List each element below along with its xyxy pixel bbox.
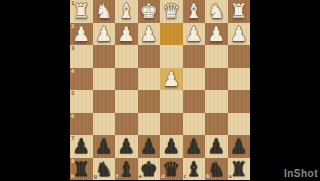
white-pawn-c2[interactable]: ♟ (185, 22, 203, 45)
square-h5[interactable]: 5 (70, 90, 93, 113)
white-rook-a1[interactable]: ♜ (230, 0, 248, 22)
rank-label-5: 5 (71, 91, 74, 96)
square-c1[interactable]: ♝ (183, 0, 206, 23)
square-c5[interactable] (183, 90, 206, 113)
square-e4[interactable] (138, 68, 161, 91)
square-b5[interactable] (205, 90, 228, 113)
square-g1[interactable]: ♞ (93, 0, 116, 23)
black-bishop-c8[interactable]: ♝ (185, 157, 203, 180)
letterbox-right (250, 0, 320, 180)
square-b4[interactable] (205, 68, 228, 91)
square-e3[interactable] (138, 45, 161, 68)
white-pawn-b2[interactable]: ♟ (207, 22, 225, 45)
square-c3[interactable] (183, 45, 206, 68)
black-queen-d8[interactable]: ♛ (162, 157, 180, 180)
black-pawn-e7[interactable]: ♟ (140, 135, 158, 158)
black-rook-h8[interactable]: ♜ (72, 157, 90, 180)
white-queen-d1[interactable]: ♛ (162, 0, 180, 22)
white-pawn-f2[interactable]: ♟ (117, 22, 135, 45)
white-knight-g1[interactable]: ♞ (95, 0, 113, 22)
square-h4[interactable]: 4 (70, 68, 93, 91)
square-d1[interactable]: ♛ (160, 0, 183, 23)
square-d3[interactable] (160, 45, 183, 68)
square-f8[interactable]: f♝ (115, 158, 138, 181)
square-f1[interactable]: ♝ (115, 0, 138, 23)
square-h2[interactable]: 2♟ (70, 23, 93, 46)
letterbox-left (0, 0, 70, 180)
square-f5[interactable] (115, 90, 138, 113)
black-pawn-g7[interactable]: ♟ (95, 135, 113, 158)
chess-board: 1♜♞♝♚♛♝♞♜2♟♟♟♟♟♟♟34♟567♟♟♟♟♟♟♟♟8h♜g♞f♝e♚… (70, 0, 250, 180)
square-g5[interactable] (93, 90, 116, 113)
rank-label-3: 3 (71, 46, 74, 51)
video-frame: 1♜♞♝♚♛♝♞♜2♟♟♟♟♟♟♟34♟567♟♟♟♟♟♟♟♟8h♜g♞f♝e♚… (0, 0, 320, 180)
rank-label-6: 6 (71, 114, 74, 119)
square-g2[interactable]: ♟ (93, 23, 116, 46)
square-b3[interactable] (205, 45, 228, 68)
square-b2[interactable]: ♟ (205, 23, 228, 46)
square-e5[interactable] (138, 90, 161, 113)
square-d8[interactable]: d♛ (160, 158, 183, 181)
black-knight-b8[interactable]: ♞ (207, 157, 225, 180)
square-f6[interactable] (115, 113, 138, 136)
square-a8[interactable]: a♜ (228, 158, 251, 181)
square-h7[interactable]: 7♟ (70, 135, 93, 158)
square-a5[interactable] (228, 90, 251, 113)
square-a4[interactable] (228, 68, 251, 91)
white-bishop-f1[interactable]: ♝ (117, 0, 135, 22)
square-e2[interactable]: ♟ (138, 23, 161, 46)
black-king-e8[interactable]: ♚ (140, 157, 158, 180)
square-c8[interactable]: c♝ (183, 158, 206, 181)
square-g4[interactable] (93, 68, 116, 91)
square-b6[interactable] (205, 113, 228, 136)
square-f4[interactable] (115, 68, 138, 91)
square-c6[interactable] (183, 113, 206, 136)
white-king-e1[interactable]: ♚ (140, 0, 158, 22)
square-g6[interactable] (93, 113, 116, 136)
square-d2[interactable] (160, 23, 183, 46)
white-knight-b1[interactable]: ♞ (207, 0, 225, 22)
white-pawn-d4[interactable]: ♟ (162, 67, 180, 90)
square-a3[interactable] (228, 45, 251, 68)
square-e1[interactable]: ♚ (138, 0, 161, 23)
white-bishop-c1[interactable]: ♝ (185, 0, 203, 22)
square-d5[interactable] (160, 90, 183, 113)
square-h8[interactable]: 8h♜ (70, 158, 93, 181)
square-g3[interactable] (93, 45, 116, 68)
square-f3[interactable] (115, 45, 138, 68)
black-pawn-f7[interactable]: ♟ (117, 135, 135, 158)
square-a2[interactable]: ♟ (228, 23, 251, 46)
square-g7[interactable]: ♟ (93, 135, 116, 158)
white-pawn-h2[interactable]: ♟ (72, 22, 90, 45)
white-pawn-g2[interactable]: ♟ (95, 22, 113, 45)
square-b8[interactable]: b♞ (205, 158, 228, 181)
black-knight-g8[interactable]: ♞ (95, 157, 113, 180)
square-e6[interactable] (138, 113, 161, 136)
square-e8[interactable]: e♚ (138, 158, 161, 181)
white-pawn-e2[interactable]: ♟ (140, 22, 158, 45)
black-pawn-d7[interactable]: ♟ (162, 135, 180, 158)
square-h3[interactable]: 3 (70, 45, 93, 68)
square-a6[interactable] (228, 113, 251, 136)
black-pawn-h7[interactable]: ♟ (72, 135, 90, 158)
square-h6[interactable]: 6 (70, 113, 93, 136)
square-a1[interactable]: ♜ (228, 0, 251, 23)
square-a7[interactable]: ♟ (228, 135, 251, 158)
square-f7[interactable]: ♟ (115, 135, 138, 158)
rank-label-4: 4 (71, 69, 74, 74)
black-pawn-a7[interactable]: ♟ (230, 135, 248, 158)
black-pawn-c7[interactable]: ♟ (185, 135, 203, 158)
black-rook-a8[interactable]: ♜ (230, 157, 248, 180)
black-pawn-b7[interactable]: ♟ (207, 135, 225, 158)
square-c7[interactable]: ♟ (183, 135, 206, 158)
white-rook-h1[interactable]: ♜ (72, 0, 90, 22)
square-c4[interactable] (183, 68, 206, 91)
white-pawn-a2[interactable]: ♟ (230, 22, 248, 45)
square-d7[interactable]: ♟ (160, 135, 183, 158)
square-e7[interactable]: ♟ (138, 135, 161, 158)
square-b7[interactable]: ♟ (205, 135, 228, 158)
square-g8[interactable]: g♞ (93, 158, 116, 181)
square-b1[interactable]: ♞ (205, 0, 228, 23)
black-bishop-f8[interactable]: ♝ (117, 157, 135, 180)
square-h1[interactable]: 1♜ (70, 0, 93, 23)
square-d6[interactable] (160, 113, 183, 136)
square-d4[interactable]: ♟ (160, 68, 183, 91)
square-c2[interactable]: ♟ (183, 23, 206, 46)
square-f2[interactable]: ♟ (115, 23, 138, 46)
